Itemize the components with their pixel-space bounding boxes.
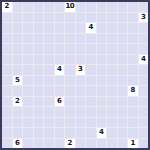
grid-cell[interactable] [65, 65, 75, 75]
grid-cell[interactable] [55, 118, 65, 128]
grid-cell[interactable] [44, 65, 54, 75]
grid-cell[interactable] [2, 76, 12, 86]
clue-cell[interactable]: 10 [65, 2, 75, 12]
grid-cell[interactable] [44, 128, 54, 138]
grid-cell[interactable] [139, 139, 149, 149]
grid-cell[interactable] [118, 2, 128, 12]
grid-cell[interactable] [86, 139, 96, 149]
grid-cell[interactable] [76, 44, 86, 54]
grid-cell[interactable] [13, 65, 23, 75]
grid-cell[interactable] [76, 13, 86, 23]
grid-cell[interactable] [44, 76, 54, 86]
grid-cell[interactable] [23, 97, 33, 107]
grid-cell[interactable] [2, 65, 12, 75]
grid-cell[interactable] [2, 34, 12, 44]
grid-cell[interactable] [76, 23, 86, 33]
grid-cell[interactable] [65, 76, 75, 86]
grid-cell[interactable] [13, 128, 23, 138]
grid-cell[interactable] [107, 44, 117, 54]
grid-cell[interactable] [128, 128, 138, 138]
grid-cell[interactable] [97, 97, 107, 107]
grid-cell[interactable] [118, 23, 128, 33]
grid-cell[interactable] [118, 107, 128, 117]
grid-cell[interactable] [139, 86, 149, 96]
grid-cell[interactable] [86, 65, 96, 75]
grid-cell[interactable] [139, 76, 149, 86]
grid-cell[interactable] [76, 2, 86, 12]
grid-cell[interactable] [86, 34, 96, 44]
grid-cell[interactable] [65, 23, 75, 33]
grid-cell[interactable] [118, 55, 128, 65]
grid-cell[interactable] [97, 13, 107, 23]
grid-cell[interactable] [86, 13, 96, 23]
grid-cell[interactable] [13, 44, 23, 54]
grid-cell[interactable] [139, 118, 149, 128]
grid-cell[interactable] [107, 55, 117, 65]
grid-cell[interactable] [34, 139, 44, 149]
grid-cell[interactable] [34, 86, 44, 96]
grid-cell[interactable] [34, 118, 44, 128]
grid-cell[interactable] [139, 44, 149, 54]
grid-cell[interactable] [2, 128, 12, 138]
grid-cell[interactable] [55, 139, 65, 149]
grid-cell[interactable] [34, 44, 44, 54]
grid-cell[interactable] [55, 44, 65, 54]
clue-cell[interactable]: 3 [76, 65, 86, 75]
grid-cell[interactable] [65, 107, 75, 117]
grid-cell[interactable] [23, 2, 33, 12]
grid-cell[interactable] [107, 139, 117, 149]
grid-cell[interactable] [44, 34, 54, 44]
grid-cell[interactable] [118, 128, 128, 138]
grid-cell[interactable] [97, 118, 107, 128]
grid-cell[interactable] [86, 2, 96, 12]
clue-cell[interactable]: 2 [2, 2, 12, 12]
grid-cell[interactable] [76, 128, 86, 138]
grid-cell[interactable] [65, 55, 75, 65]
grid-cell[interactable] [23, 13, 33, 23]
grid-cell[interactable] [2, 118, 12, 128]
grid-cell[interactable] [55, 34, 65, 44]
grid-cell[interactable] [97, 23, 107, 33]
grid-cell[interactable] [34, 65, 44, 75]
grid-cell[interactable] [128, 34, 138, 44]
grid-cell[interactable] [76, 139, 86, 149]
grid-cell[interactable] [44, 118, 54, 128]
grid-cell[interactable] [55, 107, 65, 117]
clue-cell[interactable]: 5 [13, 76, 23, 86]
grid-cell[interactable] [13, 86, 23, 96]
grid-cell[interactable] [128, 65, 138, 75]
grid-cell[interactable] [118, 65, 128, 75]
grid-cell[interactable] [86, 107, 96, 117]
grid-cell[interactable] [65, 34, 75, 44]
grid-cell[interactable] [128, 2, 138, 12]
grid-cell[interactable] [76, 97, 86, 107]
grid-cell[interactable] [107, 107, 117, 117]
grid-cell[interactable] [65, 44, 75, 54]
grid-cell[interactable] [34, 107, 44, 117]
grid-cell[interactable] [86, 97, 96, 107]
grid-cell[interactable] [76, 55, 86, 65]
grid-cell[interactable] [55, 13, 65, 23]
grid-cell[interactable] [107, 2, 117, 12]
grid-cell[interactable] [23, 128, 33, 138]
grid-cell[interactable] [118, 97, 128, 107]
grid-cell[interactable] [139, 97, 149, 107]
grid-cell[interactable] [128, 55, 138, 65]
grid-cell[interactable] [139, 2, 149, 12]
grid-cell[interactable] [34, 2, 44, 12]
grid-cell[interactable] [107, 128, 117, 138]
grid-cell[interactable] [128, 76, 138, 86]
grid-cell[interactable] [23, 44, 33, 54]
grid-cell[interactable] [44, 23, 54, 33]
grid-cell[interactable] [118, 13, 128, 23]
grid-cell[interactable] [128, 118, 138, 128]
grid-cell[interactable] [97, 2, 107, 12]
grid-cell[interactable] [44, 55, 54, 65]
grid-cell[interactable] [65, 118, 75, 128]
grid-cell[interactable] [139, 128, 149, 138]
grid-cell[interactable] [118, 86, 128, 96]
grid-cell[interactable] [97, 86, 107, 96]
grid-cell[interactable] [23, 76, 33, 86]
grid-cell[interactable] [139, 65, 149, 75]
grid-cell[interactable] [55, 23, 65, 33]
grid-cell[interactable] [23, 107, 33, 117]
grid-cell[interactable] [97, 139, 107, 149]
grid-cell[interactable] [2, 97, 12, 107]
grid-cell[interactable] [44, 86, 54, 96]
grid-cell[interactable] [118, 34, 128, 44]
clue-cell[interactable]: 4 [139, 55, 149, 65]
clue-cell[interactable]: 2 [13, 97, 23, 107]
grid-cell[interactable] [107, 86, 117, 96]
grid-cell[interactable] [76, 107, 86, 117]
clue-cell[interactable]: 3 [139, 13, 149, 23]
grid-cell[interactable] [86, 76, 96, 86]
grid-cell[interactable] [44, 139, 54, 149]
grid-cell[interactable] [139, 107, 149, 117]
grid-cell[interactable] [97, 65, 107, 75]
clue-cell[interactable]: 4 [97, 128, 107, 138]
grid-cell[interactable] [44, 13, 54, 23]
grid-cell[interactable] [55, 128, 65, 138]
grid-cell[interactable] [128, 44, 138, 54]
grid-cell[interactable] [97, 76, 107, 86]
grid-cell[interactable] [107, 118, 117, 128]
grid-cell[interactable] [118, 44, 128, 54]
grid-cell[interactable] [107, 76, 117, 86]
grid-cell[interactable] [2, 107, 12, 117]
grid-cell[interactable] [86, 55, 96, 65]
clue-cell[interactable]: 4 [86, 23, 96, 33]
grid-cell[interactable] [55, 76, 65, 86]
grid-cell[interactable] [65, 97, 75, 107]
grid-cell[interactable] [2, 86, 12, 96]
grid-cell[interactable] [86, 118, 96, 128]
grid-cell[interactable] [65, 86, 75, 96]
clue-cell[interactable]: 6 [55, 97, 65, 107]
grid-cell[interactable] [139, 23, 149, 33]
grid-cell[interactable] [13, 118, 23, 128]
grid-cell[interactable] [118, 139, 128, 149]
grid-cell[interactable] [34, 76, 44, 86]
clue-cell[interactable]: 2 [65, 139, 75, 149]
grid-cell[interactable] [76, 86, 86, 96]
clue-cell[interactable]: 1 [128, 139, 138, 149]
grid-cell[interactable] [65, 13, 75, 23]
grid-cell[interactable] [13, 23, 23, 33]
grid-cell[interactable] [97, 107, 107, 117]
grid-cell[interactable] [128, 13, 138, 23]
clue-cell[interactable]: 8 [128, 86, 138, 96]
grid-cell[interactable] [128, 107, 138, 117]
grid-cell[interactable] [34, 23, 44, 33]
grid-cell[interactable] [2, 139, 12, 149]
grid-cell[interactable] [107, 34, 117, 44]
grid-cell[interactable] [23, 86, 33, 96]
grid-cell[interactable] [97, 34, 107, 44]
grid-cell[interactable] [23, 55, 33, 65]
grid-cell[interactable] [23, 118, 33, 128]
grid-cell[interactable] [23, 23, 33, 33]
grid-cell[interactable] [97, 55, 107, 65]
grid-cell[interactable] [13, 55, 23, 65]
grid-cell[interactable] [2, 23, 12, 33]
grid-cell[interactable] [65, 128, 75, 138]
grid-cell[interactable] [13, 13, 23, 23]
grid-cell[interactable] [107, 13, 117, 23]
grid-cell[interactable] [128, 23, 138, 33]
grid-cell[interactable] [76, 34, 86, 44]
grid-cell[interactable] [76, 118, 86, 128]
grid-cell[interactable] [44, 97, 54, 107]
grid-cell[interactable] [107, 97, 117, 107]
grid-cell[interactable] [139, 34, 149, 44]
grid-cell[interactable] [23, 34, 33, 44]
grid-cell[interactable] [76, 76, 86, 86]
grid-cell[interactable] [118, 118, 128, 128]
grid-cell[interactable] [86, 44, 96, 54]
grid-cell[interactable] [34, 55, 44, 65]
grid-cell[interactable] [44, 2, 54, 12]
grid-cell[interactable] [107, 23, 117, 33]
grid-cell[interactable] [44, 44, 54, 54]
grid-cell[interactable] [23, 139, 33, 149]
grid-cell[interactable] [34, 128, 44, 138]
grid-cell[interactable] [2, 13, 12, 23]
clue-cell[interactable]: 6 [13, 139, 23, 149]
puzzle-board: 2103444358264621 [0, 0, 150, 150]
grid-cell[interactable] [34, 13, 44, 23]
grid-cell[interactable] [55, 86, 65, 96]
grid-cell[interactable] [118, 76, 128, 86]
grid-cell[interactable] [55, 2, 65, 12]
grid-cell[interactable] [13, 34, 23, 44]
grid-cell[interactable] [34, 97, 44, 107]
grid-cell[interactable] [97, 44, 107, 54]
grid-cell[interactable] [2, 55, 12, 65]
grid-cell[interactable] [2, 44, 12, 54]
grid-cell[interactable] [128, 97, 138, 107]
grid-cell[interactable] [44, 107, 54, 117]
grid-cell[interactable] [86, 86, 96, 96]
grid-cell[interactable] [107, 65, 117, 75]
grid-cell[interactable] [86, 128, 96, 138]
grid-cell[interactable] [23, 65, 33, 75]
grid-cell[interactable] [34, 34, 44, 44]
grid-cell[interactable] [13, 2, 23, 12]
clue-cell[interactable]: 4 [55, 65, 65, 75]
grid-cell[interactable] [13, 107, 23, 117]
grid-cell[interactable] [55, 55, 65, 65]
